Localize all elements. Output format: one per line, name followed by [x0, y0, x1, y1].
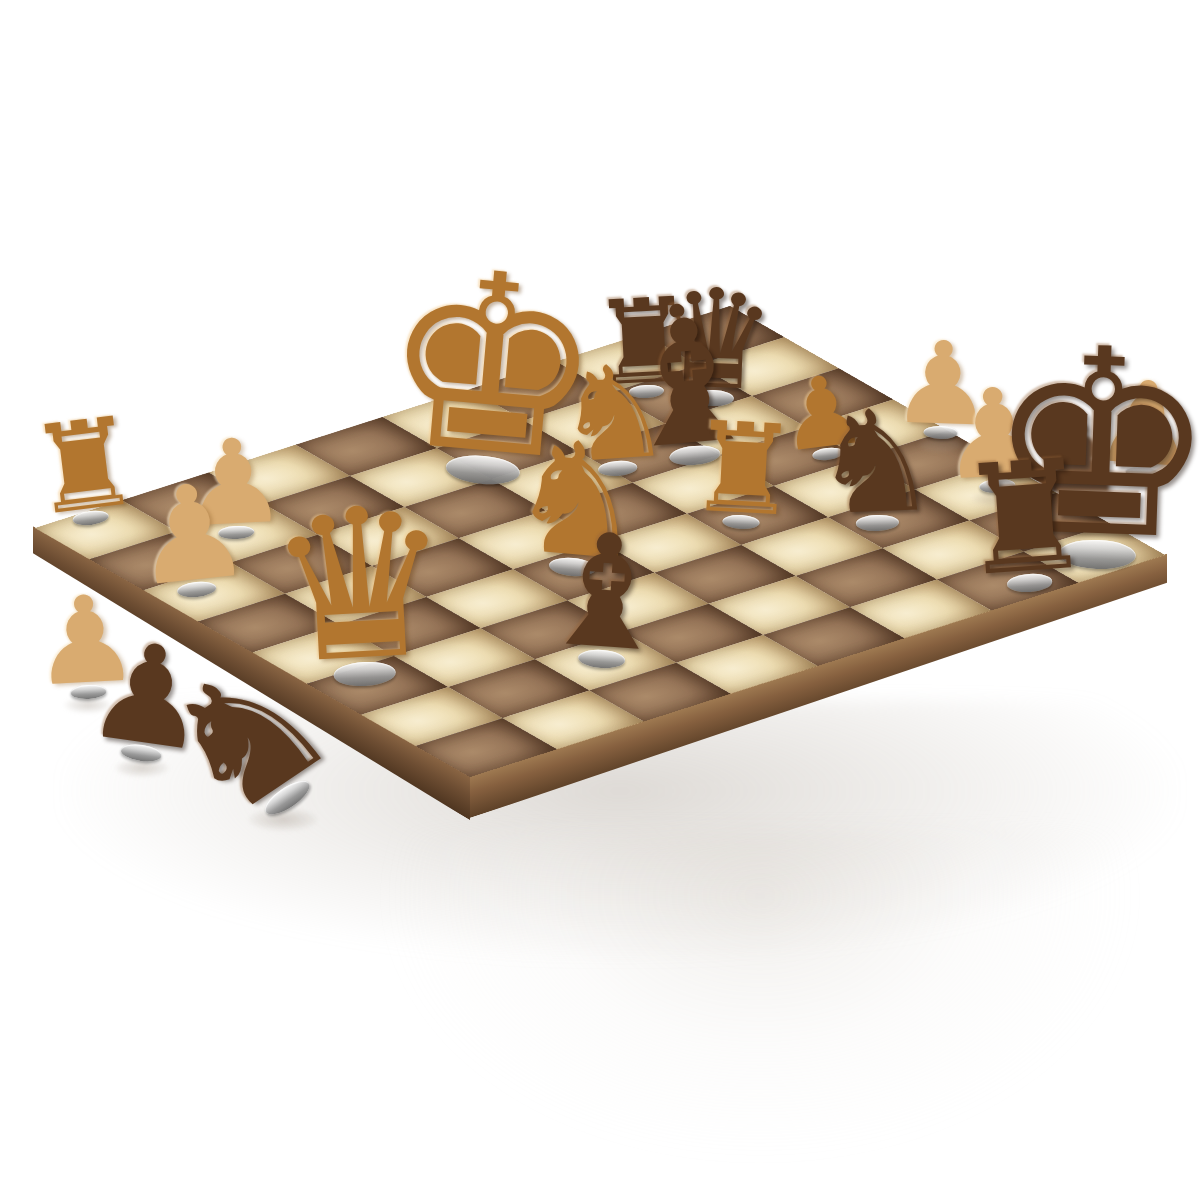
piece-dark-knight-offboard[interactable]: ♞: [205, 638, 361, 812]
pieces-layer: ♜♟♟♛♚♞♜♞♟♜♛♝♞♝♜♚♟♟♞♟♟♟♟: [0, 0, 1200, 1200]
product-photo-scene: ♜♟♟♛♚♞♜♞♟♜♛♝♞♝♜♚♟♟♞♟♟♟♟: [0, 0, 1200, 1200]
piece-dark-bishop-g3[interactable]: ♝: [532, 514, 672, 670]
piece-dark-rook-h7[interactable]: ♜: [961, 443, 1096, 594]
piece-dark-knight-f7[interactable]: ♞: [814, 392, 940, 533]
piece-light-pawn-c1[interactable]: ♟: [137, 468, 254, 599]
knight-glyph: ♞: [810, 390, 941, 535]
piece-light-rook-e6[interactable]: ♜: [685, 407, 796, 531]
